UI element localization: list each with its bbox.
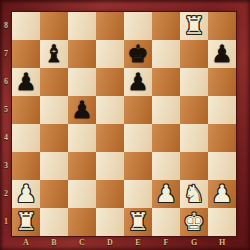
square-c6[interactable] <box>68 68 96 96</box>
square-c8[interactable] <box>68 12 96 40</box>
file-label-d: D <box>96 236 124 250</box>
square-e6[interactable]: ♟ <box>124 68 152 96</box>
black-bishop[interactable]: ♝ <box>43 40 65 69</box>
file-label-h: H <box>208 236 236 250</box>
white-pawn[interactable]: ♟ <box>155 180 177 209</box>
black-pawn[interactable]: ♟ <box>211 40 233 69</box>
white-pawn[interactable]: ♟ <box>211 180 233 209</box>
white-knight[interactable]: ♞ <box>183 180 205 209</box>
file-label-f: F <box>152 236 180 250</box>
rank-label-3: 3 <box>0 152 12 180</box>
white-rook[interactable]: ♜ <box>183 12 205 41</box>
file-label-e: E <box>124 236 152 250</box>
square-g4[interactable] <box>180 124 208 152</box>
square-h8[interactable] <box>208 12 236 40</box>
square-g5[interactable] <box>180 96 208 124</box>
square-b4[interactable] <box>40 124 68 152</box>
rank-label-4: 4 <box>0 124 12 152</box>
square-b2[interactable] <box>40 180 68 208</box>
file-label-a: A <box>12 236 40 250</box>
square-b7[interactable]: ♝ <box>40 40 68 68</box>
black-pawn[interactable]: ♟ <box>127 68 149 97</box>
square-f8[interactable] <box>152 12 180 40</box>
black-pawn[interactable]: ♟ <box>71 96 93 125</box>
square-e5[interactable] <box>124 96 152 124</box>
square-h3[interactable] <box>208 152 236 180</box>
square-e1[interactable]: ♜ <box>124 208 152 236</box>
square-b8[interactable] <box>40 12 68 40</box>
square-b5[interactable] <box>40 96 68 124</box>
square-d8[interactable] <box>96 12 124 40</box>
square-f2[interactable]: ♟ <box>152 180 180 208</box>
black-king[interactable]: ♚ <box>127 40 149 69</box>
black-pawn[interactable]: ♟ <box>15 68 37 97</box>
square-e4[interactable] <box>124 124 152 152</box>
square-a4[interactable] <box>12 124 40 152</box>
square-f7[interactable] <box>152 40 180 68</box>
square-g8[interactable]: ♜ <box>180 12 208 40</box>
rank-label-2: 2 <box>0 180 12 208</box>
file-label-b: B <box>40 236 68 250</box>
chess-board: ♜♝♚♟♟♟♟♟♟♞♟♜♜♚ <box>12 12 236 236</box>
square-d2[interactable] <box>96 180 124 208</box>
square-h7[interactable]: ♟ <box>208 40 236 68</box>
square-e3[interactable] <box>124 152 152 180</box>
square-a2[interactable]: ♟ <box>12 180 40 208</box>
square-g3[interactable] <box>180 152 208 180</box>
square-f1[interactable] <box>152 208 180 236</box>
square-g2[interactable]: ♞ <box>180 180 208 208</box>
square-g7[interactable] <box>180 40 208 68</box>
square-h1[interactable] <box>208 208 236 236</box>
square-e8[interactable] <box>124 12 152 40</box>
square-g6[interactable] <box>180 68 208 96</box>
square-d7[interactable] <box>96 40 124 68</box>
rank-label-7: 7 <box>0 40 12 68</box>
rank-label-8: 8 <box>0 12 12 40</box>
square-h5[interactable] <box>208 96 236 124</box>
square-a7[interactable] <box>12 40 40 68</box>
square-h2[interactable]: ♟ <box>208 180 236 208</box>
square-c7[interactable] <box>68 40 96 68</box>
square-a5[interactable] <box>12 96 40 124</box>
rank-label-5: 5 <box>0 96 12 124</box>
board-frame: ♜♝♚♟♟♟♟♟♟♞♟♜♜♚ 87654321 ABCDEFGH <box>0 0 250 250</box>
square-e7[interactable]: ♚ <box>124 40 152 68</box>
square-b3[interactable] <box>40 152 68 180</box>
square-a6[interactable]: ♟ <box>12 68 40 96</box>
file-label-g: G <box>180 236 208 250</box>
square-d3[interactable] <box>96 152 124 180</box>
white-rook[interactable]: ♜ <box>127 208 149 237</box>
square-a8[interactable] <box>12 12 40 40</box>
square-d5[interactable] <box>96 96 124 124</box>
square-b6[interactable] <box>40 68 68 96</box>
square-f5[interactable] <box>152 96 180 124</box>
square-e2[interactable] <box>124 180 152 208</box>
square-g1[interactable]: ♚ <box>180 208 208 236</box>
square-f3[interactable] <box>152 152 180 180</box>
white-pawn[interactable]: ♟ <box>15 180 37 209</box>
square-f4[interactable] <box>152 124 180 152</box>
square-d1[interactable] <box>96 208 124 236</box>
square-f6[interactable] <box>152 68 180 96</box>
square-d6[interactable] <box>96 68 124 96</box>
square-h4[interactable] <box>208 124 236 152</box>
white-rook[interactable]: ♜ <box>15 208 37 237</box>
square-c5[interactable]: ♟ <box>68 96 96 124</box>
square-c1[interactable] <box>68 208 96 236</box>
square-a1[interactable]: ♜ <box>12 208 40 236</box>
square-a3[interactable] <box>12 152 40 180</box>
square-c4[interactable] <box>68 124 96 152</box>
square-h6[interactable] <box>208 68 236 96</box>
square-c3[interactable] <box>68 152 96 180</box>
rank-label-1: 1 <box>0 208 12 236</box>
file-label-c: C <box>68 236 96 250</box>
rank-label-6: 6 <box>0 68 12 96</box>
white-king[interactable]: ♚ <box>183 208 205 237</box>
square-b1[interactable] <box>40 208 68 236</box>
square-d4[interactable] <box>96 124 124 152</box>
square-c2[interactable] <box>68 180 96 208</box>
